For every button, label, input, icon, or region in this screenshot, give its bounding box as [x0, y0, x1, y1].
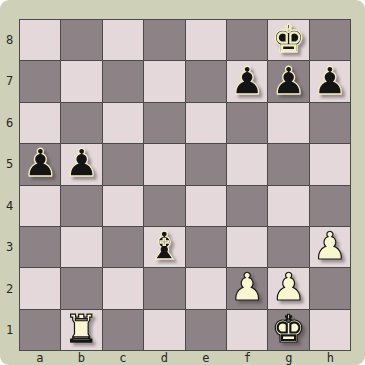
- square-e2[interactable]: [186, 268, 226, 308]
- square-h1[interactable]: [310, 310, 350, 350]
- square-g6[interactable]: [268, 103, 308, 143]
- rank-label-1: 1: [0, 310, 19, 352]
- square-h8[interactable]: [310, 20, 350, 60]
- rank-label-6: 6: [0, 102, 19, 144]
- square-b4[interactable]: [61, 186, 101, 226]
- square-a1[interactable]: [20, 310, 60, 350]
- square-e7[interactable]: [186, 61, 226, 101]
- square-a8[interactable]: [20, 20, 60, 60]
- file-label-h: h: [310, 351, 352, 365]
- square-h2[interactable]: [310, 268, 350, 308]
- square-f7[interactable]: ♟: [227, 61, 267, 101]
- square-e1[interactable]: [186, 310, 226, 350]
- square-h4[interactable]: [310, 186, 350, 226]
- square-f2[interactable]: ♟: [227, 268, 267, 308]
- square-f5[interactable]: [227, 144, 267, 184]
- square-g1[interactable]: ♚: [268, 310, 308, 350]
- square-f4[interactable]: [227, 186, 267, 226]
- square-f6[interactable]: [227, 103, 267, 143]
- square-c4[interactable]: [103, 186, 143, 226]
- square-a3[interactable]: [20, 227, 60, 267]
- chessboard-panel: 87654321 ♚♟♟♟♟♟♝♟♟♟♜♚ abcdefgh: [0, 0, 365, 365]
- black-king[interactable]: ♚: [271, 20, 305, 58]
- square-f8[interactable]: [227, 20, 267, 60]
- square-b2[interactable]: [61, 268, 101, 308]
- square-b1[interactable]: ♜: [61, 310, 101, 350]
- white-pawn[interactable]: ♟: [313, 227, 347, 265]
- square-b8[interactable]: [61, 20, 101, 60]
- square-a2[interactable]: [20, 268, 60, 308]
- black-pawn[interactable]: ♟: [271, 62, 305, 100]
- square-e5[interactable]: [186, 144, 226, 184]
- black-pawn[interactable]: ♟: [230, 62, 264, 100]
- rank-label-2: 2: [0, 268, 19, 310]
- rank-labels: 87654321: [0, 19, 19, 351]
- square-h5[interactable]: [310, 144, 350, 184]
- black-pawn[interactable]: ♟: [23, 144, 57, 182]
- white-pawn[interactable]: ♟: [230, 268, 264, 306]
- square-g5[interactable]: [268, 144, 308, 184]
- square-a4[interactable]: [20, 186, 60, 226]
- square-a7[interactable]: [20, 61, 60, 101]
- file-label-b: b: [61, 351, 103, 365]
- file-label-d: d: [144, 351, 186, 365]
- square-g3[interactable]: [268, 227, 308, 267]
- square-g4[interactable]: [268, 186, 308, 226]
- square-c6[interactable]: [103, 103, 143, 143]
- file-label-c: c: [102, 351, 144, 365]
- file-label-g: g: [268, 351, 310, 365]
- square-c1[interactable]: [103, 310, 143, 350]
- square-f3[interactable]: [227, 227, 267, 267]
- square-a5[interactable]: ♟: [20, 144, 60, 184]
- square-f1[interactable]: [227, 310, 267, 350]
- square-c3[interactable]: [103, 227, 143, 267]
- rank-label-3: 3: [0, 227, 19, 269]
- square-d2[interactable]: [144, 268, 184, 308]
- square-c2[interactable]: [103, 268, 143, 308]
- white-rook[interactable]: ♜: [65, 310, 99, 348]
- square-a6[interactable]: [20, 103, 60, 143]
- square-e4[interactable]: [186, 186, 226, 226]
- square-d1[interactable]: [144, 310, 184, 350]
- square-h3[interactable]: ♟: [310, 227, 350, 267]
- square-d4[interactable]: [144, 186, 184, 226]
- square-b6[interactable]: [61, 103, 101, 143]
- square-e8[interactable]: [186, 20, 226, 60]
- black-pawn[interactable]: ♟: [65, 144, 99, 182]
- square-g7[interactable]: ♟: [268, 61, 308, 101]
- file-label-a: a: [19, 351, 61, 365]
- square-b3[interactable]: [61, 227, 101, 267]
- black-bishop[interactable]: ♝: [147, 227, 181, 265]
- board: ♚♟♟♟♟♟♝♟♟♟♜♚: [19, 19, 351, 351]
- square-g8[interactable]: ♚: [268, 20, 308, 60]
- file-label-f: f: [227, 351, 269, 365]
- square-b7[interactable]: [61, 61, 101, 101]
- file-label-e: e: [185, 351, 227, 365]
- square-e6[interactable]: [186, 103, 226, 143]
- square-d3[interactable]: ♝: [144, 227, 184, 267]
- rank-label-8: 8: [0, 19, 19, 61]
- rank-label-5: 5: [0, 144, 19, 186]
- square-d6[interactable]: [144, 103, 184, 143]
- square-g2[interactable]: ♟: [268, 268, 308, 308]
- square-d8[interactable]: [144, 20, 184, 60]
- square-h6[interactable]: [310, 103, 350, 143]
- square-b5[interactable]: ♟: [61, 144, 101, 184]
- square-c7[interactable]: [103, 61, 143, 101]
- square-d5[interactable]: [144, 144, 184, 184]
- file-labels: abcdefgh: [19, 351, 351, 365]
- rank-label-4: 4: [0, 185, 19, 227]
- square-c8[interactable]: [103, 20, 143, 60]
- rank-label-7: 7: [0, 61, 19, 103]
- square-c5[interactable]: [103, 144, 143, 184]
- square-h7[interactable]: ♟: [310, 61, 350, 101]
- white-king[interactable]: ♚: [271, 310, 305, 348]
- white-pawn[interactable]: ♟: [271, 268, 305, 306]
- black-pawn[interactable]: ♟: [313, 62, 347, 100]
- square-d7[interactable]: [144, 61, 184, 101]
- square-e3[interactable]: [186, 227, 226, 267]
